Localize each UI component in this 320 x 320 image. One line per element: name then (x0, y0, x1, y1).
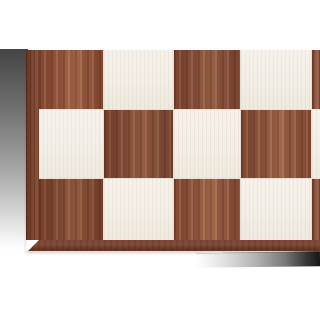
board-square (312, 50, 320, 109)
surface-reflection-strip (196, 251, 320, 268)
board-square (39, 110, 103, 178)
board-square (39, 50, 103, 109)
board-square (104, 50, 173, 109)
board-left-edge-bevel (26, 50, 39, 240)
board-square (241, 110, 311, 178)
board-bottom-edge-bevel (26, 240, 320, 251)
backdrop-gradient-left (0, 49, 28, 250)
board-square (312, 110, 320, 178)
board-square (241, 50, 311, 109)
board-square (174, 179, 240, 240)
board-square (104, 110, 173, 178)
board-square (174, 50, 240, 109)
board-square (104, 179, 173, 240)
board-square (241, 179, 311, 240)
product-photo (0, 0, 320, 320)
board-squares-grid (39, 50, 320, 240)
board-square (174, 110, 240, 178)
board-square (39, 179, 103, 240)
board-square (312, 179, 320, 240)
chessboard (26, 50, 320, 251)
